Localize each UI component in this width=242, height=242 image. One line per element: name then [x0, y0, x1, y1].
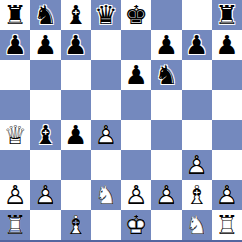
square-h4[interactable] [212, 120, 242, 150]
square-a8[interactable]: ♜ [0, 0, 30, 30]
square-g3[interactable]: ♟♙ [182, 150, 212, 180]
white-pawn-icon: ♟♙ [91, 120, 121, 150]
white-knight-icon: ♞♘ [91, 180, 121, 210]
square-g8[interactable] [182, 0, 212, 30]
white-king-outline: ♔ [121, 210, 151, 240]
square-h8[interactable]: ♜ [212, 0, 242, 30]
white-pawn-outline: ♙ [121, 180, 151, 210]
white-pawn-icon: ♟♙ [0, 180, 30, 210]
square-c4[interactable]: ♟ [61, 120, 91, 150]
square-f3[interactable] [151, 150, 181, 180]
black-rook-icon: ♜ [0, 0, 30, 30]
square-f5[interactable] [151, 90, 181, 120]
black-rook-icon: ♜ [212, 0, 242, 30]
square-c2[interactable] [61, 180, 91, 210]
square-a6[interactable] [0, 60, 30, 90]
square-e2[interactable]: ♟♙ [121, 180, 151, 210]
white-pawn-outline: ♙ [0, 180, 30, 210]
black-pawn-icon: ♟ [61, 120, 91, 150]
black-knight-icon: ♞ [30, 0, 60, 30]
white-knight-outline: ♘ [182, 210, 212, 240]
white-bishop-outline: ♗ [182, 180, 212, 210]
white-rook-outline: ♖ [0, 210, 30, 240]
square-f6[interactable]: ♞ [151, 60, 181, 90]
white-queen-icon: ♛♕ [0, 120, 30, 150]
white-pawn-outline: ♙ [212, 180, 242, 210]
square-b7[interactable]: ♟ [30, 30, 60, 60]
square-d7[interactable] [91, 30, 121, 60]
square-c7[interactable]: ♟ [61, 30, 91, 60]
square-h7[interactable]: ♟ [212, 30, 242, 60]
square-d8[interactable]: ♛ [91, 0, 121, 30]
square-e3[interactable] [121, 150, 151, 180]
square-b5[interactable] [30, 90, 60, 120]
square-a1[interactable]: ♜♖ [0, 210, 30, 240]
white-rook-icon: ♜♖ [0, 210, 30, 240]
black-knight-icon: ♞ [151, 60, 181, 90]
square-e5[interactable] [121, 90, 151, 120]
black-bishop-icon: ♝ [30, 120, 60, 150]
square-a3[interactable] [0, 150, 30, 180]
square-f8[interactable] [151, 0, 181, 30]
square-f7[interactable]: ♟ [151, 30, 181, 60]
white-pawn-icon: ♟♙ [151, 180, 181, 210]
square-g7[interactable]: ♟ [182, 30, 212, 60]
black-pawn-icon: ♟ [182, 30, 212, 60]
black-pawn-icon: ♟ [30, 30, 60, 60]
square-h2[interactable]: ♟♙ [212, 180, 242, 210]
square-b3[interactable] [30, 150, 60, 180]
square-g4[interactable] [182, 120, 212, 150]
square-f2[interactable]: ♟♙ [151, 180, 181, 210]
square-c1[interactable]: ♝♗ [61, 210, 91, 240]
white-king-icon: ♚♔ [121, 210, 151, 240]
square-d5[interactable] [91, 90, 121, 120]
square-b6[interactable] [30, 60, 60, 90]
square-a4[interactable]: ♛♕ [0, 120, 30, 150]
black-pawn-icon: ♟ [61, 30, 91, 60]
black-queen-icon: ♛ [91, 0, 121, 30]
square-e7[interactable] [121, 30, 151, 60]
square-d2[interactable]: ♞♘ [91, 180, 121, 210]
white-pawn-outline: ♙ [91, 120, 121, 150]
square-b8[interactable]: ♞ [30, 0, 60, 30]
black-pawn-icon: ♟ [151, 30, 181, 60]
square-e1[interactable]: ♚♔ [121, 210, 151, 240]
white-pawn-outline: ♙ [151, 180, 181, 210]
square-f1[interactable] [151, 210, 181, 240]
white-pawn-icon: ♟♙ [182, 150, 212, 180]
black-king-icon: ♚ [121, 0, 151, 30]
square-g6[interactable] [182, 60, 212, 90]
black-pawn-icon: ♟ [212, 30, 242, 60]
square-g1[interactable]: ♞♘ [182, 210, 212, 240]
square-b4[interactable]: ♝ [30, 120, 60, 150]
white-pawn-outline: ♙ [182, 150, 212, 180]
square-c8[interactable]: ♝ [61, 0, 91, 30]
white-bishop-icon: ♝♗ [61, 210, 91, 240]
square-c3[interactable] [61, 150, 91, 180]
square-g5[interactable] [182, 90, 212, 120]
square-g2[interactable]: ♝♗ [182, 180, 212, 210]
square-d6[interactable] [91, 60, 121, 90]
square-d1[interactable] [91, 210, 121, 240]
square-d4[interactable]: ♟♙ [91, 120, 121, 150]
square-h6[interactable] [212, 60, 242, 90]
black-pawn-icon: ♟ [0, 30, 30, 60]
square-e8[interactable]: ♚ [121, 0, 151, 30]
square-c5[interactable] [61, 90, 91, 120]
square-f4[interactable] [151, 120, 181, 150]
white-rook-outline: ♖ [212, 210, 242, 240]
white-rook-icon: ♜♖ [212, 210, 242, 240]
square-h1[interactable]: ♜♖ [212, 210, 242, 240]
white-pawn-icon: ♟♙ [212, 180, 242, 210]
square-h3[interactable] [212, 150, 242, 180]
square-a7[interactable]: ♟ [0, 30, 30, 60]
square-b1[interactable] [30, 210, 60, 240]
white-pawn-icon: ♟♙ [30, 180, 60, 210]
black-pawn-icon: ♟ [121, 60, 151, 90]
black-bishop-icon: ♝ [61, 0, 91, 30]
square-d3[interactable] [91, 150, 121, 180]
white-pawn-icon: ♟♙ [121, 180, 151, 210]
square-c6[interactable] [61, 60, 91, 90]
square-e6[interactable]: ♟ [121, 60, 151, 90]
square-a2[interactable]: ♟♙ [0, 180, 30, 210]
square-b2[interactable]: ♟♙ [30, 180, 60, 210]
square-a5[interactable] [0, 90, 30, 120]
white-bishop-icon: ♝♗ [182, 180, 212, 210]
white-knight-icon: ♞♘ [182, 210, 212, 240]
white-queen-outline: ♕ [0, 120, 30, 150]
chess-board: ♜♞♝♛♚♜♟♟♟♟♟♟♟♞♛♕♝♟♟♙♟♙♟♙♟♙♞♘♟♙♟♙♝♗♟♙♜♖♝♗… [0, 0, 242, 242]
white-pawn-outline: ♙ [30, 180, 60, 210]
square-h5[interactable] [212, 90, 242, 120]
square-e4[interactable] [121, 120, 151, 150]
white-knight-outline: ♘ [91, 180, 121, 210]
white-bishop-outline: ♗ [61, 210, 91, 240]
